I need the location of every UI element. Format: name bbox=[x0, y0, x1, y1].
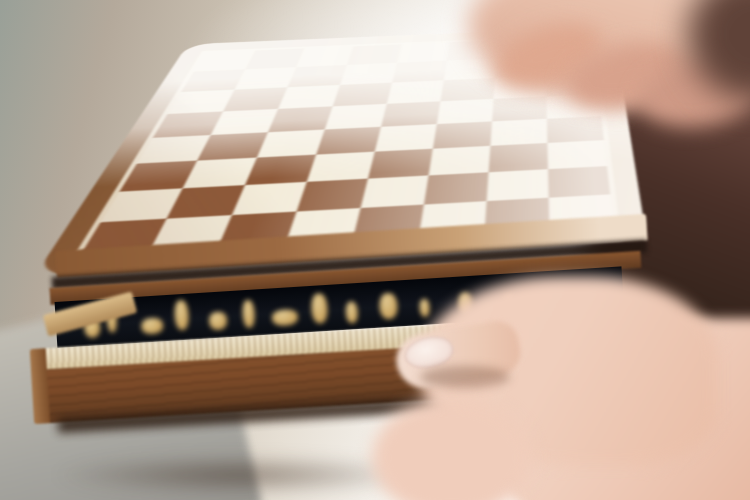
stored-piece-cluster bbox=[310, 293, 328, 324]
stored-piece-cluster bbox=[271, 309, 298, 327]
stored-piece-cluster bbox=[209, 311, 228, 330]
stored-piece-cluster bbox=[378, 293, 398, 320]
stored-piece-cluster bbox=[242, 300, 256, 329]
stored-piece-cluster bbox=[141, 317, 164, 334]
stored-piece-cluster bbox=[345, 301, 358, 324]
photo-scene bbox=[0, 0, 750, 500]
stored-piece-cluster bbox=[174, 300, 190, 331]
thumb-contact-shadow bbox=[420, 366, 510, 388]
stored-piece-cluster bbox=[419, 299, 430, 318]
